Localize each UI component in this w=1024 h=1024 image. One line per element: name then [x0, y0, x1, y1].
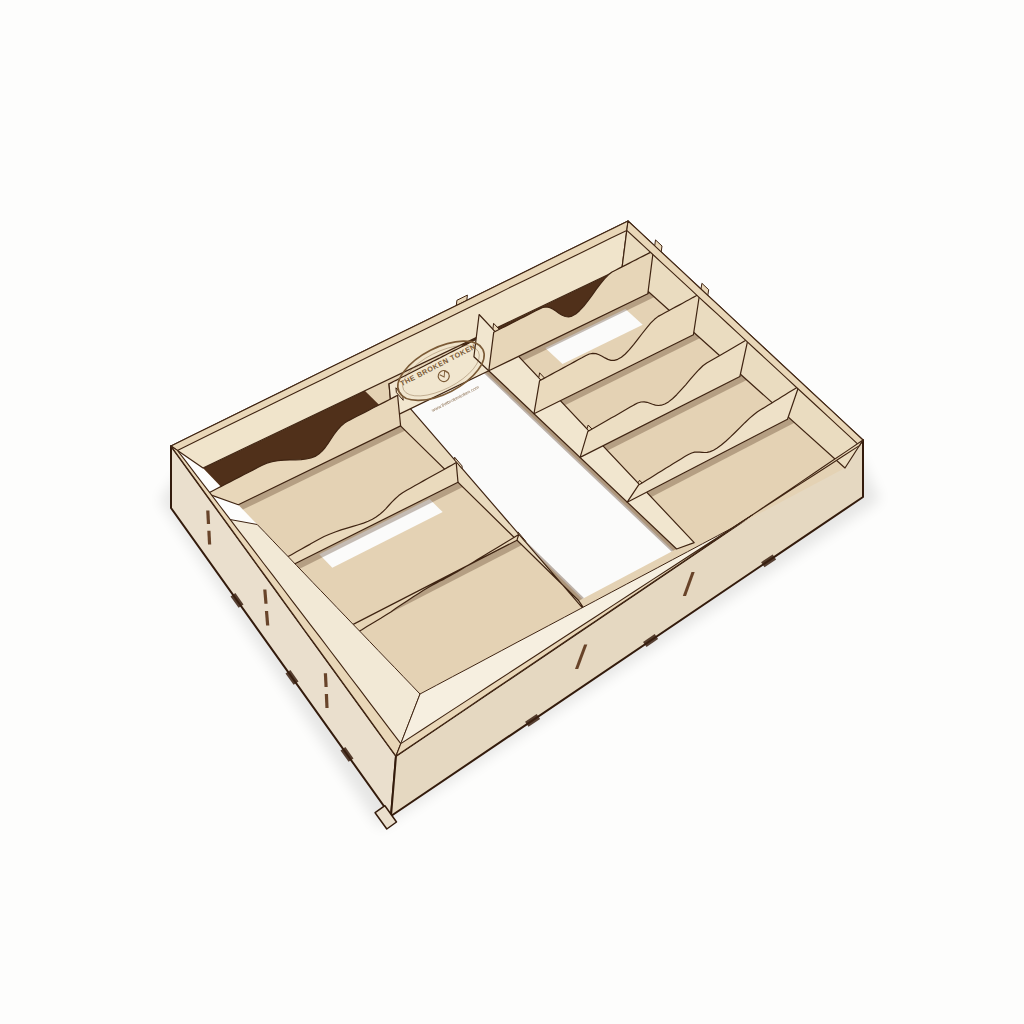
card-organizer-tray: THE BROKEN TOKENwww.thebrokentoken.com [0, 0, 1024, 1024]
outer-slit [325, 694, 329, 708]
product-photo-stage: THE BROKEN TOKENwww.thebrokentoken.com [0, 0, 1024, 1024]
card-organizer-photo: THE BROKEN TOKENwww.thebrokentoken.com [0, 0, 1024, 1024]
